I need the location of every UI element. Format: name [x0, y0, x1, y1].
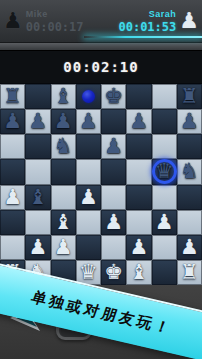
- square-f2[interactable]: ♟: [126, 235, 151, 260]
- piece-white-pawn: ♟: [126, 235, 151, 260]
- square-a8[interactable]: ♜: [0, 84, 25, 109]
- square-h5[interactable]: ♞: [177, 159, 202, 184]
- piece-white-bishop: ♝: [126, 260, 151, 285]
- piece-black-pawn: ♟: [51, 109, 76, 134]
- square-d4[interactable]: ♟: [76, 185, 101, 210]
- piece-black-pawn: ♟: [177, 109, 202, 134]
- move-origin-dot: [82, 90, 95, 103]
- piece-black-knight: ♞: [51, 134, 76, 159]
- square-b8[interactable]: [25, 84, 50, 109]
- active-turn-indicator: [84, 36, 202, 38]
- piece-white-pawn: ♟: [101, 210, 126, 235]
- square-g6[interactable]: [152, 134, 177, 159]
- square-g2[interactable]: [152, 235, 177, 260]
- piece-black-bishop: ♝: [51, 84, 76, 109]
- square-d3[interactable]: [76, 210, 101, 235]
- square-h4[interactable]: [177, 185, 202, 210]
- player-white-panel: Sarah 00:01:53 ♟: [115, 9, 202, 34]
- square-b2[interactable]: ♟: [25, 235, 50, 260]
- square-h8[interactable]: ♜: [177, 84, 202, 109]
- square-b6[interactable]: [25, 134, 50, 159]
- player-black-panel: ♟ Mike 00:00:17: [0, 9, 87, 34]
- square-f3[interactable]: [126, 210, 151, 235]
- piece-white-pawn: ♟: [76, 185, 101, 210]
- square-e1[interactable]: ♚: [101, 260, 126, 285]
- square-d2[interactable]: [76, 235, 101, 260]
- square-e5[interactable]: [101, 159, 126, 184]
- piece-black-rook: ♜: [177, 84, 202, 109]
- square-e6[interactable]: ♟: [101, 134, 126, 159]
- chess-app-screen: ♟ Mike 00:00:17 Sarah 00:01:53 ♟ 00:02:1…: [0, 0, 202, 359]
- square-g1[interactable]: [152, 260, 177, 285]
- square-a2[interactable]: [0, 235, 25, 260]
- piece-white-pawn: ♟: [177, 235, 202, 260]
- player-black-clock: 00:00:17: [26, 20, 84, 34]
- piece-white-pawn: ♟: [51, 235, 76, 260]
- square-c3[interactable]: ♝: [51, 210, 76, 235]
- square-c8[interactable]: ♝: [51, 84, 76, 109]
- square-g7[interactable]: [152, 109, 177, 134]
- player-bar: ♟ Mike 00:00:17 Sarah 00:01:53 ♟: [0, 0, 202, 43]
- player-black-name: Mike: [26, 9, 84, 19]
- piece-black-pawn: ♟: [101, 134, 126, 159]
- square-b4[interactable]: ♝: [25, 185, 50, 210]
- piece-black-bishop: ♝: [25, 185, 50, 210]
- square-d5[interactable]: [76, 159, 101, 184]
- square-c5[interactable]: [51, 159, 76, 184]
- square-f5[interactable]: [126, 159, 151, 184]
- game-timer-bar: 00:02:10: [0, 51, 202, 83]
- chess-board: ♜♝♚♜♟♟♟♟♟♟♞♟♛♞♟♝♟♝♟♟♟♟♟♟♜♞♛♚♝♜: [0, 83, 202, 285]
- square-h3[interactable]: [177, 210, 202, 235]
- square-g4[interactable]: [152, 185, 177, 210]
- square-f6[interactable]: [126, 134, 151, 159]
- piece-black-pawn: ♟: [126, 109, 151, 134]
- piece-black-pawn: ♟: [76, 109, 101, 134]
- player-white-clock: 00:01:53: [118, 20, 176, 34]
- square-g5[interactable]: ♛: [152, 159, 177, 184]
- piece-white-pawn: ♟: [25, 235, 50, 260]
- square-c7[interactable]: ♟: [51, 109, 76, 134]
- square-e4[interactable]: [101, 185, 126, 210]
- square-f7[interactable]: ♟: [126, 109, 151, 134]
- square-f1[interactable]: ♝: [126, 260, 151, 285]
- square-e7[interactable]: [101, 109, 126, 134]
- piece-black-knight: ♞: [177, 159, 202, 184]
- square-e2[interactable]: [101, 235, 126, 260]
- square-f4[interactable]: [126, 185, 151, 210]
- square-c2[interactable]: ♟: [51, 235, 76, 260]
- square-d6[interactable]: [76, 134, 101, 159]
- square-a3[interactable]: [0, 210, 25, 235]
- square-b5[interactable]: [25, 159, 50, 184]
- player-white-name: Sarah: [149, 9, 177, 19]
- square-a5[interactable]: [0, 159, 25, 184]
- piece-white-king: ♚: [101, 260, 126, 285]
- square-e8[interactable]: ♚: [101, 84, 126, 109]
- square-e3[interactable]: ♟: [101, 210, 126, 235]
- piece-white-bishop: ♝: [51, 210, 76, 235]
- square-a7[interactable]: ♟: [0, 109, 25, 134]
- piece-black-king: ♚: [101, 84, 126, 109]
- square-a6[interactable]: [0, 134, 25, 159]
- square-h1[interactable]: ♜: [177, 260, 202, 285]
- square-g3[interactable]: ♟: [152, 210, 177, 235]
- piece-black-queen: ♛: [152, 159, 177, 184]
- square-b7[interactable]: ♟: [25, 109, 50, 134]
- piece-white-pawn: ♟: [152, 210, 177, 235]
- square-h6[interactable]: [177, 134, 202, 159]
- square-h2[interactable]: ♟: [177, 235, 202, 260]
- square-g8[interactable]: [152, 84, 177, 109]
- square-f8[interactable]: [126, 84, 151, 109]
- piece-white-rook: ♜: [177, 260, 202, 285]
- square-b3[interactable]: [25, 210, 50, 235]
- square-c6[interactable]: ♞: [51, 134, 76, 159]
- black-pawn-icon: ♟: [3, 10, 23, 32]
- square-a4[interactable]: ♟: [0, 185, 25, 210]
- square-d8[interactable]: [76, 84, 101, 109]
- square-h7[interactable]: ♟: [177, 109, 202, 134]
- white-pawn-icon: ♟: [179, 10, 199, 32]
- piece-black-pawn: ♟: [25, 109, 50, 134]
- piece-black-rook: ♜: [0, 84, 25, 109]
- square-d7[interactable]: ♟: [76, 109, 101, 134]
- game-timer: 00:02:10: [63, 59, 138, 75]
- header-divider: [0, 43, 202, 51]
- piece-black-pawn: ♟: [0, 109, 25, 134]
- piece-white-pawn: ♟: [0, 185, 25, 210]
- square-c4[interactable]: [51, 185, 76, 210]
